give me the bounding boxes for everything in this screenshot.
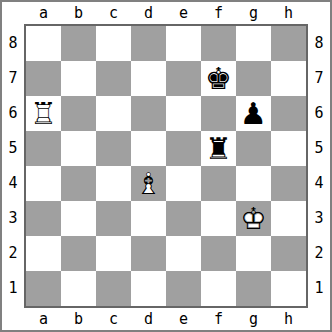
square-d5[interactable]	[131, 131, 166, 166]
piece-glyph: ♔	[236, 201, 271, 236]
file-label: d	[131, 2, 166, 24]
square-d1[interactable]	[131, 271, 166, 306]
black-king[interactable]: ♚	[201, 61, 236, 96]
square-c2[interactable]	[96, 236, 131, 271]
square-g3[interactable]: ♚♔	[236, 201, 271, 236]
rank-labels-right: 87654321	[308, 24, 330, 308]
piece-glyph: ♖	[26, 96, 61, 131]
square-f7[interactable]: ♚	[201, 61, 236, 96]
file-labels-top: abcdefgh	[24, 2, 308, 24]
file-label: f	[201, 2, 236, 24]
piece-glyph: ♗	[131, 166, 166, 201]
square-e1[interactable]	[166, 271, 201, 306]
square-c7[interactable]	[96, 61, 131, 96]
square-f2[interactable]	[201, 236, 236, 271]
square-a7[interactable]	[26, 61, 61, 96]
square-e4[interactable]	[166, 166, 201, 201]
square-b8[interactable]	[61, 26, 96, 61]
chess-board: ♚♜♖♟♜♝♗♚♔	[24, 24, 308, 308]
piece-glyph: ♜	[201, 131, 236, 166]
rank-label: 5	[308, 131, 330, 166]
file-label: e	[166, 308, 201, 330]
file-label: c	[96, 2, 131, 24]
rank-label: 5	[2, 131, 24, 166]
rank-label: 2	[308, 236, 330, 271]
rank-label: 7	[308, 61, 330, 96]
file-label: e	[166, 2, 201, 24]
square-a1[interactable]	[26, 271, 61, 306]
square-c4[interactable]	[96, 166, 131, 201]
rank-label: 4	[2, 166, 24, 201]
file-label: h	[271, 308, 306, 330]
square-d4[interactable]: ♝♗	[131, 166, 166, 201]
square-g6[interactable]: ♟	[236, 96, 271, 131]
square-g7[interactable]	[236, 61, 271, 96]
black-pawn[interactable]: ♟	[236, 96, 271, 131]
square-a4[interactable]	[26, 166, 61, 201]
square-c1[interactable]	[96, 271, 131, 306]
square-g4[interactable]	[236, 166, 271, 201]
square-h7[interactable]	[271, 61, 306, 96]
square-b5[interactable]	[61, 131, 96, 166]
square-h1[interactable]	[271, 271, 306, 306]
white-rook[interactable]: ♜♖	[26, 96, 61, 131]
file-label: g	[236, 308, 271, 330]
square-g1[interactable]	[236, 271, 271, 306]
file-label: f	[201, 308, 236, 330]
file-label: a	[26, 308, 61, 330]
square-b4[interactable]	[61, 166, 96, 201]
square-f6[interactable]	[201, 96, 236, 131]
square-h8[interactable]	[271, 26, 306, 61]
chess-diagram: abcdefgh 87654321 ♚♜♖♟♜♝♗♚♔ 87654321 abc…	[0, 0, 332, 332]
rank-label: 6	[2, 96, 24, 131]
square-h3[interactable]	[271, 201, 306, 236]
rank-label: 7	[2, 61, 24, 96]
square-c8[interactable]	[96, 26, 131, 61]
square-f5[interactable]: ♜	[201, 131, 236, 166]
square-g8[interactable]	[236, 26, 271, 61]
rank-label: 3	[2, 201, 24, 236]
square-d2[interactable]	[131, 236, 166, 271]
square-f3[interactable]	[201, 201, 236, 236]
square-e3[interactable]	[166, 201, 201, 236]
piece-glyph: ♚	[201, 61, 236, 96]
square-d3[interactable]	[131, 201, 166, 236]
piece-glyph: ♟	[236, 96, 271, 131]
square-a2[interactable]	[26, 236, 61, 271]
rank-label: 8	[2, 26, 24, 61]
square-g5[interactable]	[236, 131, 271, 166]
rank-label: 2	[2, 236, 24, 271]
square-e5[interactable]	[166, 131, 201, 166]
rank-label: 1	[308, 271, 330, 306]
square-e8[interactable]	[166, 26, 201, 61]
square-e7[interactable]	[166, 61, 201, 96]
white-bishop[interactable]: ♝♗	[131, 166, 166, 201]
rank-label: 6	[308, 96, 330, 131]
file-label: h	[271, 2, 306, 24]
rank-label: 1	[2, 271, 24, 306]
rank-label: 3	[308, 201, 330, 236]
square-b1[interactable]	[61, 271, 96, 306]
square-b3[interactable]	[61, 201, 96, 236]
rank-label: 4	[308, 166, 330, 201]
square-a5[interactable]	[26, 131, 61, 166]
file-label: b	[61, 2, 96, 24]
square-e6[interactable]	[166, 96, 201, 131]
square-h5[interactable]	[271, 131, 306, 166]
file-label: b	[61, 308, 96, 330]
square-d7[interactable]	[131, 61, 166, 96]
rank-labels-left: 87654321	[2, 24, 24, 308]
square-b7[interactable]	[61, 61, 96, 96]
square-b2[interactable]	[61, 236, 96, 271]
square-h2[interactable]	[271, 236, 306, 271]
file-label: d	[131, 308, 166, 330]
file-label: g	[236, 2, 271, 24]
rank-label: 8	[308, 26, 330, 61]
square-a8[interactable]	[26, 26, 61, 61]
square-h4[interactable]	[271, 166, 306, 201]
file-label: c	[96, 308, 131, 330]
square-h6[interactable]	[271, 96, 306, 131]
square-c3[interactable]	[96, 201, 131, 236]
square-a6[interactable]: ♜♖	[26, 96, 61, 131]
file-labels-bottom: abcdefgh	[24, 308, 308, 330]
black-rook[interactable]: ♜	[201, 131, 236, 166]
square-f8[interactable]	[201, 26, 236, 61]
square-d8[interactable]	[131, 26, 166, 61]
square-g2[interactable]	[236, 236, 271, 271]
square-c6[interactable]	[96, 96, 131, 131]
square-c5[interactable]	[96, 131, 131, 166]
file-label: a	[26, 2, 61, 24]
square-f4[interactable]	[201, 166, 236, 201]
square-f1[interactable]	[201, 271, 236, 306]
white-king[interactable]: ♚♔	[236, 201, 271, 236]
square-b6[interactable]	[61, 96, 96, 131]
square-d6[interactable]	[131, 96, 166, 131]
square-a3[interactable]	[26, 201, 61, 236]
square-e2[interactable]	[166, 236, 201, 271]
